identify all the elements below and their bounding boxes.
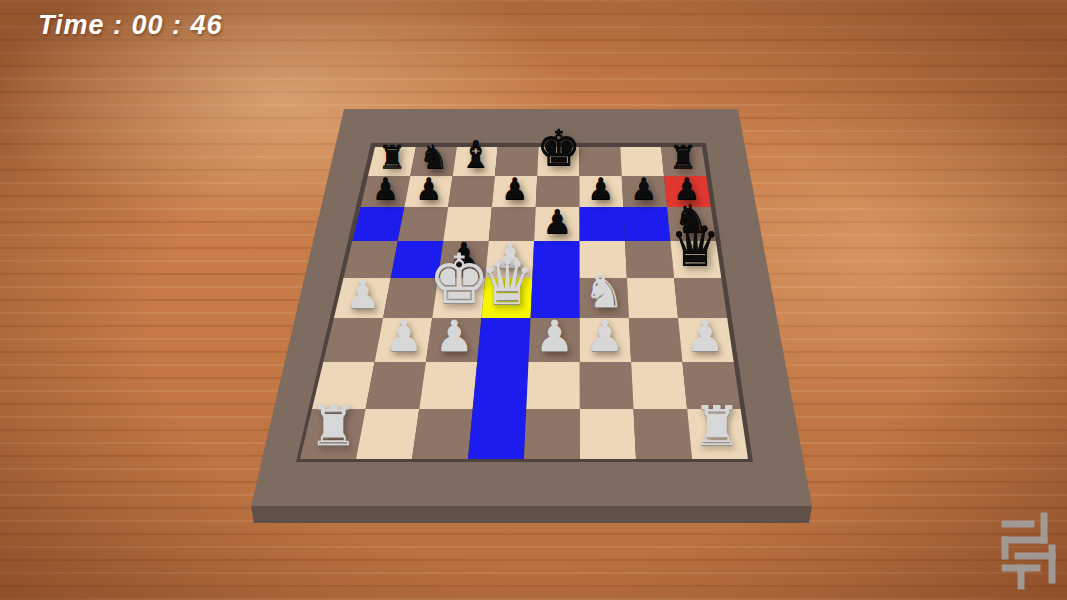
piece-white-pawn-h3[interactable]: ♟: [686, 315, 725, 358]
square-c1[interactable]: [412, 409, 473, 459]
piece-black-knight-b8[interactable]: ♞: [419, 140, 449, 173]
piece-white-pawn-b3[interactable]: ♟: [385, 315, 424, 358]
square-g6[interactable]: [623, 207, 670, 241]
piece-black-pawn-b7[interactable]: ♟: [415, 174, 442, 204]
game-timer: Time : 00 : 46: [38, 10, 223, 41]
app-logo-watermark: [997, 510, 1059, 592]
piece-black-pawn-g7[interactable]: ♟: [631, 174, 658, 204]
square-f6[interactable]: [580, 207, 626, 241]
piece-black-pawn-a7[interactable]: ♟: [372, 174, 399, 204]
square-e2[interactable]: [526, 362, 580, 409]
square-c7[interactable]: [448, 176, 495, 207]
piece-black-rook-h8[interactable]: ♜: [669, 141, 698, 173]
piece-black-pawn-d7[interactable]: ♟: [501, 174, 528, 204]
piece-black-bishop-c8[interactable]: ♝: [459, 136, 492, 173]
piece-black-rook-a8[interactable]: ♜: [378, 141, 407, 173]
square-f1[interactable]: [580, 409, 636, 459]
piece-white-rook-h1[interactable]: ♜: [692, 399, 741, 454]
piece-white-queen-d4[interactable]: ♛: [480, 252, 536, 314]
square-d3[interactable]: [477, 318, 530, 362]
piece-white-pawn-a4[interactable]: ♟: [345, 275, 380, 314]
square-a6[interactable]: [352, 207, 404, 241]
square-g3[interactable]: [629, 318, 683, 362]
square-d1[interactable]: [468, 409, 526, 459]
piece-black-pawn-e6[interactable]: ♟: [542, 205, 572, 238]
piece-black-pawn-f7[interactable]: ♟: [588, 174, 615, 204]
square-e1[interactable]: [524, 409, 580, 459]
square-e5[interactable]: [532, 241, 579, 278]
square-b2[interactable]: [366, 362, 426, 409]
square-f2[interactable]: [580, 362, 634, 409]
board-frame-front-face: [251, 506, 812, 523]
piece-white-rook-a1[interactable]: ♜: [309, 399, 358, 454]
square-b6[interactable]: [398, 207, 448, 241]
square-c2[interactable]: [419, 362, 477, 409]
square-g2[interactable]: [631, 362, 687, 409]
piece-black-queen-h5[interactable]: ♛: [670, 217, 721, 274]
wooden-floor-background: Time : 00 : 46 ♜♞♝♚♜♟♟♟♟♟♟♟♞♟♛♟♟♚♛♞♟♟♟♟♟…: [0, 0, 1067, 600]
piece-white-pawn-e3[interactable]: ♟: [535, 315, 574, 358]
piece-white-pawn-f3[interactable]: ♟: [586, 315, 625, 358]
piece-white-pawn-c3[interactable]: ♟: [435, 315, 474, 358]
square-g1[interactable]: [634, 409, 693, 459]
square-g5[interactable]: [625, 241, 674, 278]
square-d2[interactable]: [473, 362, 529, 409]
piece-white-knight-f4[interactable]: ♞: [583, 268, 624, 314]
piece-black-king-e8[interactable]: ♚: [536, 123, 581, 173]
square-g4[interactable]: [627, 278, 678, 318]
square-b1[interactable]: [356, 409, 419, 459]
